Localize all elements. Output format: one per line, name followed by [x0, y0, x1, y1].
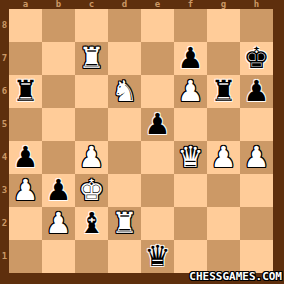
square-h5[interactable] [240, 108, 273, 141]
square-a7[interactable] [9, 42, 42, 75]
square-b6[interactable] [42, 75, 75, 108]
square-g5[interactable] [207, 108, 240, 141]
square-e1[interactable]: ♛ [141, 240, 174, 273]
white-pawn-g4[interactable]: ♟ [207, 141, 240, 174]
square-b7[interactable] [42, 42, 75, 75]
black-bishop-c2[interactable]: ♝ [75, 207, 108, 240]
square-f3[interactable] [174, 174, 207, 207]
square-c6[interactable] [75, 75, 108, 108]
black-rook-g6[interactable]: ♜ [207, 75, 240, 108]
square-d6[interactable]: ♞ [108, 75, 141, 108]
rank-label-8: 8 [0, 9, 9, 42]
square-g2[interactable] [207, 207, 240, 240]
square-b8[interactable] [42, 9, 75, 42]
rank-label-3: 3 [0, 174, 9, 207]
black-king-h7[interactable]: ♚ [240, 42, 273, 75]
black-rook-a6[interactable]: ♜ [9, 75, 42, 108]
square-d7[interactable] [108, 42, 141, 75]
square-f1[interactable] [174, 240, 207, 273]
square-h4[interactable]: ♟ [240, 141, 273, 174]
square-f7[interactable]: ♟ [174, 42, 207, 75]
square-b2[interactable]: ♟ [42, 207, 75, 240]
chess-board[interactable]: ♜♟♚♜♞♟♜♟♟♟♟♛♟♟♟♟♚♟♝♜♛ [9, 9, 273, 273]
square-a2[interactable] [9, 207, 42, 240]
black-pawn-b3[interactable]: ♟ [42, 174, 75, 207]
white-king-c3[interactable]: ♚ [75, 174, 108, 207]
square-h3[interactable] [240, 174, 273, 207]
square-e7[interactable] [141, 42, 174, 75]
file-label-e: e [141, 0, 174, 9]
file-labels: abcdefgh [9, 0, 273, 9]
rank-labels: 87654321 [0, 9, 9, 273]
white-queen-f4[interactable]: ♛ [174, 141, 207, 174]
white-pawn-a3[interactable]: ♟ [9, 174, 42, 207]
square-g6[interactable]: ♜ [207, 75, 240, 108]
square-d1[interactable] [108, 240, 141, 273]
square-e2[interactable] [141, 207, 174, 240]
square-a5[interactable] [9, 108, 42, 141]
square-h7[interactable]: ♚ [240, 42, 273, 75]
square-a4[interactable]: ♟ [9, 141, 42, 174]
square-a1[interactable] [9, 240, 42, 273]
square-b5[interactable] [42, 108, 75, 141]
square-f8[interactable] [174, 9, 207, 42]
square-d5[interactable] [108, 108, 141, 141]
square-h8[interactable] [240, 9, 273, 42]
rank-label-5: 5 [0, 108, 9, 141]
square-b4[interactable] [42, 141, 75, 174]
square-h1[interactable] [240, 240, 273, 273]
square-e5[interactable]: ♟ [141, 108, 174, 141]
square-c8[interactable] [75, 9, 108, 42]
site-watermark: CHESSGAMES.COM [189, 270, 282, 283]
square-h6[interactable]: ♟ [240, 75, 273, 108]
square-b3[interactable]: ♟ [42, 174, 75, 207]
square-d8[interactable] [108, 9, 141, 42]
file-label-d: d [108, 0, 141, 9]
square-c7[interactable]: ♜ [75, 42, 108, 75]
square-c1[interactable] [75, 240, 108, 273]
square-e8[interactable] [141, 9, 174, 42]
square-g4[interactable]: ♟ [207, 141, 240, 174]
square-g8[interactable] [207, 9, 240, 42]
square-c4[interactable]: ♟ [75, 141, 108, 174]
file-label-c: c [75, 0, 108, 9]
square-e6[interactable] [141, 75, 174, 108]
white-rook-c7[interactable]: ♜ [75, 42, 108, 75]
rank-label-6: 6 [0, 75, 9, 108]
file-label-g: g [207, 0, 240, 9]
square-d3[interactable] [108, 174, 141, 207]
black-pawn-h6[interactable]: ♟ [240, 75, 273, 108]
square-a3[interactable]: ♟ [9, 174, 42, 207]
square-e3[interactable] [141, 174, 174, 207]
square-e4[interactable] [141, 141, 174, 174]
square-f4[interactable]: ♛ [174, 141, 207, 174]
file-label-h: h [240, 0, 273, 9]
square-d4[interactable] [108, 141, 141, 174]
square-c3[interactable]: ♚ [75, 174, 108, 207]
white-pawn-f6[interactable]: ♟ [174, 75, 207, 108]
file-label-b: b [42, 0, 75, 9]
rank-label-2: 2 [0, 207, 9, 240]
square-d2[interactable]: ♜ [108, 207, 141, 240]
black-pawn-f7[interactable]: ♟ [174, 42, 207, 75]
square-c2[interactable]: ♝ [75, 207, 108, 240]
file-label-f: f [174, 0, 207, 9]
square-h2[interactable] [240, 207, 273, 240]
black-pawn-e5[interactable]: ♟ [141, 108, 174, 141]
file-label-a: a [9, 0, 42, 9]
white-pawn-c4[interactable]: ♟ [75, 141, 108, 174]
square-b1[interactable] [42, 240, 75, 273]
rank-label-7: 7 [0, 42, 9, 75]
white-knight-d6[interactable]: ♞ [108, 75, 141, 108]
square-g7[interactable] [207, 42, 240, 75]
square-a8[interactable] [9, 9, 42, 42]
square-g3[interactable] [207, 174, 240, 207]
square-c5[interactable] [75, 108, 108, 141]
white-pawn-b2[interactable]: ♟ [42, 207, 75, 240]
square-f5[interactable] [174, 108, 207, 141]
black-pawn-a4[interactable]: ♟ [9, 141, 42, 174]
square-a6[interactable]: ♜ [9, 75, 42, 108]
square-f2[interactable] [174, 207, 207, 240]
white-rook-d2[interactable]: ♜ [108, 207, 141, 240]
rank-label-1: 1 [0, 240, 9, 273]
square-f6[interactable]: ♟ [174, 75, 207, 108]
square-g1[interactable] [207, 240, 240, 273]
white-pawn-h4[interactable]: ♟ [240, 141, 273, 174]
rank-label-4: 4 [0, 141, 9, 174]
black-queen-e1[interactable]: ♛ [141, 240, 174, 273]
chess-board-frame: abcdefgh 87654321 ♜♟♚♜♞♟♜♟♟♟♟♛♟♟♟♟♚♟♝♜♛ … [0, 0, 284, 284]
